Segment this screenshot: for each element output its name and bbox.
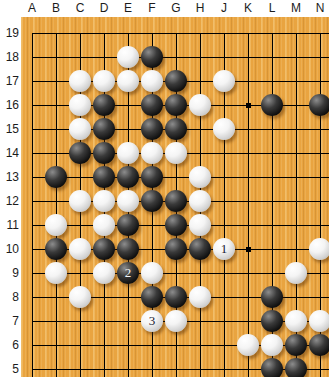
white-stone-C17[interactable] xyxy=(69,70,91,92)
white-stone-N7[interactable] xyxy=(309,310,329,332)
white-stone-D12[interactable] xyxy=(93,190,115,212)
white-stone-G14[interactable] xyxy=(165,142,187,164)
black-stone-N16[interactable] xyxy=(309,94,329,116)
black-stone-F12[interactable] xyxy=(141,190,163,212)
move-number-1: 1 xyxy=(213,238,235,260)
white-stone-C16[interactable] xyxy=(69,94,91,116)
go-board-layer[interactable]: 123 xyxy=(0,0,329,377)
white-stone-M7[interactable] xyxy=(285,310,307,332)
white-stone-D11[interactable] xyxy=(93,214,115,236)
black-stone-H10[interactable] xyxy=(189,238,211,260)
black-stone-G17[interactable] xyxy=(165,70,187,92)
white-stone-C10[interactable] xyxy=(69,238,91,260)
black-stone-G12[interactable] xyxy=(165,190,187,212)
black-stone-D13[interactable] xyxy=(93,166,115,188)
black-stone-C14[interactable] xyxy=(69,142,91,164)
black-stone-G16[interactable] xyxy=(165,94,187,116)
white-stone-K6[interactable] xyxy=(237,334,259,356)
white-stone-H11[interactable] xyxy=(189,214,211,236)
white-stone-E17[interactable] xyxy=(117,70,139,92)
grid-line-col-K xyxy=(248,33,249,377)
black-stone-D14[interactable] xyxy=(93,142,115,164)
black-stone-B13[interactable] xyxy=(45,166,67,188)
star-point-K10 xyxy=(246,247,251,252)
white-stone-H16[interactable] xyxy=(189,94,211,116)
black-stone-L7[interactable] xyxy=(261,310,283,332)
black-stone-M6[interactable] xyxy=(285,334,307,356)
grid-line-col-A xyxy=(32,33,33,377)
black-stone-E11[interactable] xyxy=(117,214,139,236)
white-stone-M9[interactable] xyxy=(285,262,307,284)
black-stone-E9[interactable]: 2 xyxy=(117,262,139,284)
black-stone-N6[interactable] xyxy=(309,334,329,356)
black-stone-F16[interactable] xyxy=(141,94,163,116)
white-stone-F14[interactable] xyxy=(141,142,163,164)
white-stone-C15[interactable] xyxy=(69,118,91,140)
black-stone-G10[interactable] xyxy=(165,238,187,260)
white-stone-J10[interactable]: 1 xyxy=(213,238,235,260)
grid-line-row-13 xyxy=(32,177,329,178)
white-stone-N10[interactable] xyxy=(309,238,329,260)
white-stone-D9[interactable] xyxy=(93,262,115,284)
white-stone-H8[interactable] xyxy=(189,286,211,308)
star-point-K16 xyxy=(246,103,251,108)
white-stone-B9[interactable] xyxy=(45,262,67,284)
black-stone-E13[interactable] xyxy=(117,166,139,188)
white-stone-G7[interactable] xyxy=(165,310,187,332)
white-stone-H13[interactable] xyxy=(189,166,211,188)
black-stone-F15[interactable] xyxy=(141,118,163,140)
black-stone-M5[interactable] xyxy=(285,358,307,377)
black-stone-L16[interactable] xyxy=(261,94,283,116)
white-stone-E18[interactable] xyxy=(117,46,139,68)
white-stone-E12[interactable] xyxy=(117,190,139,212)
white-stone-C12[interactable] xyxy=(69,190,91,212)
black-stone-G15[interactable] xyxy=(165,118,187,140)
black-stone-L5[interactable] xyxy=(261,358,283,377)
white-stone-F7[interactable]: 3 xyxy=(141,310,163,332)
white-stone-B11[interactable] xyxy=(45,214,67,236)
black-stone-L8[interactable] xyxy=(261,286,283,308)
white-stone-F9[interactable] xyxy=(141,262,163,284)
black-stone-D15[interactable] xyxy=(93,118,115,140)
white-stone-L6[interactable] xyxy=(261,334,283,356)
black-stone-B10[interactable] xyxy=(45,238,67,260)
grid-line-row-18 xyxy=(32,57,329,58)
white-stone-H12[interactable] xyxy=(189,190,211,212)
black-stone-E10[interactable] xyxy=(117,238,139,260)
black-stone-F8[interactable] xyxy=(141,286,163,308)
grid-line-col-B xyxy=(56,33,57,377)
black-stone-G8[interactable] xyxy=(165,286,187,308)
white-stone-J17[interactable] xyxy=(213,70,235,92)
white-stone-C8[interactable] xyxy=(69,286,91,308)
black-stone-G11[interactable] xyxy=(165,214,187,236)
go-game-screenshot: ABCDEFGHJKLMN 1918171615141312111098765 … xyxy=(0,0,329,377)
grid-line-row-19 xyxy=(32,33,329,34)
black-stone-F13[interactable] xyxy=(141,166,163,188)
white-stone-E14[interactable] xyxy=(117,142,139,164)
black-stone-D16[interactable] xyxy=(93,94,115,116)
white-stone-D17[interactable] xyxy=(93,70,115,92)
move-number-2: 2 xyxy=(117,262,139,284)
white-stone-F17[interactable] xyxy=(141,70,163,92)
black-stone-D10[interactable] xyxy=(93,238,115,260)
black-stone-F18[interactable] xyxy=(141,46,163,68)
move-number-3: 3 xyxy=(141,310,163,332)
white-stone-J15[interactable] xyxy=(213,118,235,140)
